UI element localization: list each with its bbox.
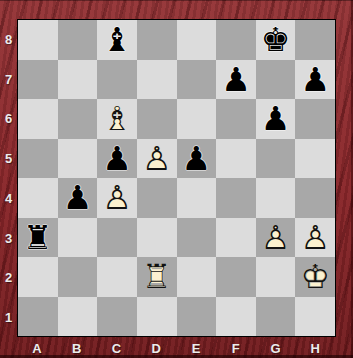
square-d3[interactable]: [137, 218, 177, 258]
square-a2[interactable]: [18, 257, 58, 297]
square-f6[interactable]: [216, 99, 256, 139]
piece-white-pawn-fill: ♟: [137, 139, 177, 179]
piece-white-king: ♔: [295, 257, 335, 297]
square-e1[interactable]: [177, 297, 217, 337]
square-g7[interactable]: [256, 60, 296, 100]
square-a3[interactable]: ♜: [18, 218, 58, 258]
piece-black-rook: ♜: [18, 218, 58, 258]
piece-white-pawn: ♙: [137, 139, 177, 179]
rank-label-3: 3: [0, 231, 17, 246]
file-label-d: D: [136, 341, 176, 356]
piece-black-pawn: ♟: [256, 99, 296, 139]
square-e7[interactable]: [177, 60, 217, 100]
square-b7[interactable]: [58, 60, 98, 100]
file-label-a: A: [17, 341, 57, 356]
square-c6[interactable]: ♝♗: [97, 99, 137, 139]
square-b2[interactable]: [58, 257, 98, 297]
rank-label-5: 5: [0, 151, 17, 166]
square-e4[interactable]: [177, 178, 217, 218]
square-h1[interactable]: [295, 297, 335, 337]
square-d1[interactable]: [137, 297, 177, 337]
square-a6[interactable]: [18, 99, 58, 139]
square-a8[interactable]: [18, 20, 58, 60]
square-h4[interactable]: [295, 178, 335, 218]
piece-black-pawn: ♟: [177, 139, 217, 179]
square-f4[interactable]: [216, 178, 256, 218]
rank-label-7: 7: [0, 72, 17, 87]
square-b3[interactable]: [58, 218, 98, 258]
square-d5[interactable]: ♟♙: [137, 139, 177, 179]
square-h8[interactable]: [295, 20, 335, 60]
square-b1[interactable]: [58, 297, 98, 337]
square-b4[interactable]: ♟: [58, 178, 98, 218]
rank-label-2: 2: [0, 270, 17, 285]
file-label-e: E: [176, 341, 216, 356]
square-f1[interactable]: [216, 297, 256, 337]
square-g1[interactable]: [256, 297, 296, 337]
file-label-h: H: [295, 341, 335, 356]
square-h3[interactable]: ♟♙: [295, 218, 335, 258]
chess-board: ♝♚♟♟♝♗♟♟♟♙♟♟♟♙♜♟♙♟♙♜♖♚♔: [17, 19, 336, 337]
square-d8[interactable]: [137, 20, 177, 60]
piece-white-pawn-fill: ♟: [295, 218, 335, 258]
square-e5[interactable]: ♟: [177, 139, 217, 179]
piece-white-bishop-fill: ♝: [97, 99, 137, 139]
piece-black-bishop: ♝: [97, 20, 137, 60]
square-h2[interactable]: ♚♔: [295, 257, 335, 297]
square-b6[interactable]: [58, 99, 98, 139]
square-e8[interactable]: [177, 20, 217, 60]
square-c4[interactable]: ♟♙: [97, 178, 137, 218]
rank-label-1: 1: [0, 310, 17, 325]
square-e2[interactable]: [177, 257, 217, 297]
square-h7[interactable]: ♟: [295, 60, 335, 100]
square-h6[interactable]: [295, 99, 335, 139]
square-h5[interactable]: [295, 139, 335, 179]
square-d6[interactable]: [137, 99, 177, 139]
rank-label-8: 8: [0, 32, 17, 47]
square-c7[interactable]: [97, 60, 137, 100]
piece-white-rook: ♖: [137, 257, 177, 297]
square-d7[interactable]: [137, 60, 177, 100]
piece-white-pawn-fill: ♟: [256, 218, 296, 258]
square-g6[interactable]: ♟: [256, 99, 296, 139]
piece-white-bishop: ♗: [97, 99, 137, 139]
square-e6[interactable]: [177, 99, 217, 139]
piece-white-king-fill: ♚: [295, 257, 335, 297]
piece-white-pawn-fill: ♟: [97, 178, 137, 218]
square-g3[interactable]: ♟♙: [256, 218, 296, 258]
square-f5[interactable]: [216, 139, 256, 179]
square-g5[interactable]: [256, 139, 296, 179]
square-f2[interactable]: [216, 257, 256, 297]
square-c1[interactable]: [97, 297, 137, 337]
file-label-g: G: [256, 341, 296, 356]
square-b8[interactable]: [58, 20, 98, 60]
file-label-f: F: [216, 341, 256, 356]
piece-black-pawn: ♟: [295, 60, 335, 100]
square-g2[interactable]: [256, 257, 296, 297]
piece-white-pawn: ♙: [295, 218, 335, 258]
square-c3[interactable]: [97, 218, 137, 258]
square-e3[interactable]: [177, 218, 217, 258]
square-f8[interactable]: [216, 20, 256, 60]
square-a1[interactable]: [18, 297, 58, 337]
piece-white-rook-fill: ♜: [137, 257, 177, 297]
chess-board-frame: ♝♚♟♟♝♗♟♟♟♙♟♟♟♙♜♟♙♟♙♜♖♚♔ 87654321 ABCDEFG…: [0, 0, 353, 358]
square-g8[interactable]: ♚: [256, 20, 296, 60]
piece-white-pawn: ♙: [256, 218, 296, 258]
square-d4[interactable]: [137, 178, 177, 218]
square-a4[interactable]: [18, 178, 58, 218]
piece-black-pawn: ♟: [97, 139, 137, 179]
square-g4[interactable]: [256, 178, 296, 218]
square-a7[interactable]: [18, 60, 58, 100]
square-c8[interactable]: ♝: [97, 20, 137, 60]
piece-black-king: ♚: [256, 20, 296, 60]
square-f7[interactable]: ♟: [216, 60, 256, 100]
square-d2[interactable]: ♜♖: [137, 257, 177, 297]
file-label-b: B: [57, 341, 97, 356]
piece-black-pawn: ♟: [58, 178, 98, 218]
file-label-c: C: [97, 341, 137, 356]
rank-label-6: 6: [0, 111, 17, 126]
square-c2[interactable]: [97, 257, 137, 297]
square-a5[interactable]: [18, 139, 58, 179]
square-c5[interactable]: ♟: [97, 139, 137, 179]
piece-black-pawn: ♟: [216, 60, 256, 100]
piece-white-pawn: ♙: [97, 178, 137, 218]
square-f3[interactable]: [216, 218, 256, 258]
rank-label-4: 4: [0, 191, 17, 206]
square-b5[interactable]: [58, 139, 98, 179]
